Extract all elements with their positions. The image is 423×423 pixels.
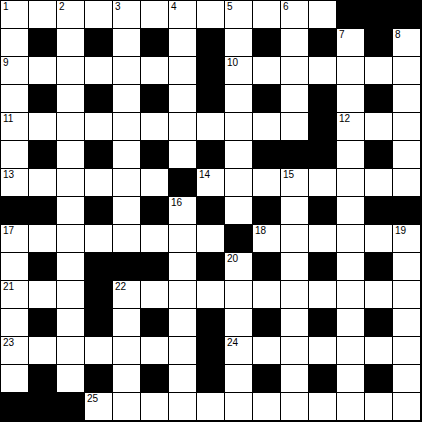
blocked-cell bbox=[29, 365, 56, 392]
crossword-cell[interactable]: 20 bbox=[225, 253, 252, 280]
blocked-cell bbox=[365, 197, 392, 224]
blocked-cell bbox=[365, 1, 392, 28]
crossword-cell[interactable] bbox=[253, 281, 280, 308]
crossword-cell[interactable] bbox=[169, 309, 196, 336]
crossword-cell[interactable] bbox=[281, 225, 308, 252]
crossword-cell[interactable] bbox=[113, 57, 140, 84]
crossword-cell[interactable] bbox=[85, 57, 112, 84]
crossword-cell[interactable]: 25 bbox=[85, 393, 112, 420]
crossword-cell[interactable] bbox=[85, 225, 112, 252]
crossword-cell[interactable] bbox=[393, 337, 420, 364]
blocked-cell bbox=[1, 197, 28, 224]
clue-number: 13 bbox=[3, 169, 14, 181]
crossword-cell[interactable] bbox=[225, 169, 252, 196]
blocked-cell bbox=[393, 1, 420, 28]
blocked-cell bbox=[365, 365, 392, 392]
clue-number: 18 bbox=[255, 225, 266, 237]
crossword-cell[interactable] bbox=[365, 57, 392, 84]
crossword-board: 1234567891011121314151617181920212223242… bbox=[0, 0, 422, 422]
blocked-cell bbox=[1, 393, 28, 420]
crossword-cell[interactable] bbox=[1, 365, 28, 392]
blocked-cell bbox=[85, 141, 112, 168]
crossword-cell[interactable] bbox=[225, 309, 252, 336]
crossword-cell[interactable]: 1 bbox=[1, 1, 28, 28]
crossword-cell[interactable] bbox=[253, 337, 280, 364]
crossword-cell[interactable] bbox=[337, 281, 364, 308]
crossword-cell[interactable]: 10 bbox=[225, 57, 252, 84]
crossword-cell[interactable] bbox=[365, 337, 392, 364]
crossword-cell[interactable] bbox=[281, 337, 308, 364]
crossword-cell[interactable]: 4 bbox=[169, 1, 196, 28]
crossword-cell[interactable] bbox=[57, 337, 84, 364]
blocked-cell bbox=[141, 141, 168, 168]
crossword-cell[interactable]: 14 bbox=[197, 169, 224, 196]
crossword-cell[interactable] bbox=[57, 197, 84, 224]
blocked-cell bbox=[253, 197, 280, 224]
crossword-cell[interactable] bbox=[337, 225, 364, 252]
crossword-cell[interactable] bbox=[365, 281, 392, 308]
blocked-cell bbox=[85, 281, 112, 308]
blocked-cell bbox=[253, 141, 280, 168]
crossword-cell[interactable] bbox=[29, 281, 56, 308]
blocked-cell bbox=[85, 197, 112, 224]
crossword-cell[interactable] bbox=[57, 169, 84, 196]
crossword-cell[interactable] bbox=[365, 169, 392, 196]
crossword-cell[interactable] bbox=[57, 225, 84, 252]
crossword-cell[interactable] bbox=[253, 57, 280, 84]
blocked-cell bbox=[141, 197, 168, 224]
blocked-cell bbox=[113, 253, 140, 280]
crossword-cell[interactable] bbox=[57, 85, 84, 112]
crossword-cell[interactable] bbox=[57, 113, 84, 140]
blocked-cell bbox=[85, 365, 112, 392]
crossword-cell[interactable] bbox=[29, 337, 56, 364]
crossword-cell[interactable] bbox=[281, 57, 308, 84]
crossword-cell[interactable] bbox=[169, 337, 196, 364]
crossword-cell[interactable]: 13 bbox=[1, 169, 28, 196]
blocked-cell bbox=[29, 141, 56, 168]
crossword-cell[interactable] bbox=[337, 141, 364, 168]
blocked-cell bbox=[197, 29, 224, 56]
blocked-cell bbox=[253, 85, 280, 112]
crossword-cell[interactable] bbox=[393, 141, 420, 168]
crossword-cell[interactable] bbox=[309, 57, 336, 84]
blocked-cell bbox=[253, 253, 280, 280]
crossword-cell[interactable] bbox=[253, 169, 280, 196]
blocked-cell bbox=[365, 253, 392, 280]
crossword-cell[interactable]: 21 bbox=[1, 281, 28, 308]
blocked-cell bbox=[253, 29, 280, 56]
clue-number: 7 bbox=[339, 29, 345, 41]
crossword-cell[interactable] bbox=[169, 253, 196, 280]
crossword-cell[interactable] bbox=[113, 85, 140, 112]
blocked-cell bbox=[365, 141, 392, 168]
blocked-cell bbox=[253, 309, 280, 336]
crossword-cell[interactable] bbox=[393, 169, 420, 196]
crossword-cell[interactable] bbox=[253, 113, 280, 140]
crossword-cell[interactable] bbox=[337, 253, 364, 280]
crossword-cell[interactable] bbox=[253, 1, 280, 28]
blocked-cell bbox=[309, 253, 336, 280]
clue-number: 6 bbox=[283, 1, 289, 13]
clue-number: 11 bbox=[3, 113, 13, 125]
crossword-cell[interactable]: 5 bbox=[225, 1, 252, 28]
clue-number: 4 bbox=[171, 1, 177, 13]
crossword-cell[interactable] bbox=[337, 393, 364, 420]
blocked-cell bbox=[29, 393, 56, 420]
crossword-cell[interactable] bbox=[393, 253, 420, 280]
crossword-cell[interactable] bbox=[393, 57, 420, 84]
crossword-cell[interactable] bbox=[141, 225, 168, 252]
blocked-cell bbox=[29, 85, 56, 112]
crossword-cell[interactable]: 3 bbox=[113, 1, 140, 28]
crossword-cell[interactable] bbox=[337, 197, 364, 224]
clue-number: 25 bbox=[87, 393, 98, 405]
blocked-cell bbox=[197, 253, 224, 280]
clue-number: 19 bbox=[395, 225, 406, 237]
crossword-cell[interactable] bbox=[113, 365, 140, 392]
crossword-cell[interactable] bbox=[169, 393, 196, 420]
crossword-cell[interactable] bbox=[113, 29, 140, 56]
crossword-cell[interactable]: 24 bbox=[225, 337, 252, 364]
crossword-cell[interactable] bbox=[281, 365, 308, 392]
blocked-cell bbox=[197, 365, 224, 392]
blocked-cell bbox=[29, 253, 56, 280]
clue-number: 8 bbox=[395, 29, 401, 41]
crossword-cell[interactable] bbox=[281, 29, 308, 56]
blocked-cell bbox=[197, 85, 224, 112]
clue-number: 5 bbox=[227, 1, 233, 13]
clue-number: 24 bbox=[227, 337, 238, 349]
clue-number: 10 bbox=[227, 57, 238, 69]
crossword-cell[interactable] bbox=[141, 393, 168, 420]
crossword-cell[interactable] bbox=[57, 57, 84, 84]
clue-number: 1 bbox=[3, 1, 9, 13]
crossword-cell[interactable] bbox=[57, 365, 84, 392]
blocked-cell bbox=[309, 365, 336, 392]
clue-number: 17 bbox=[3, 225, 14, 237]
blocked-cell bbox=[141, 253, 168, 280]
crossword-cell[interactable] bbox=[281, 281, 308, 308]
crossword-cell[interactable] bbox=[225, 85, 252, 112]
crossword-cell[interactable] bbox=[1, 141, 28, 168]
clue-number: 3 bbox=[115, 1, 121, 13]
crossword-cell[interactable] bbox=[29, 57, 56, 84]
crossword-cell[interactable] bbox=[309, 169, 336, 196]
blocked-cell bbox=[197, 141, 224, 168]
crossword-cell[interactable] bbox=[365, 113, 392, 140]
crossword-cell[interactable] bbox=[141, 57, 168, 84]
crossword-cell[interactable] bbox=[169, 85, 196, 112]
crossword-cell[interactable] bbox=[57, 29, 84, 56]
crossword-cell[interactable] bbox=[141, 281, 168, 308]
crossword-cell[interactable] bbox=[113, 309, 140, 336]
crossword-cell[interactable] bbox=[85, 337, 112, 364]
crossword-cell[interactable] bbox=[309, 393, 336, 420]
crossword-cell[interactable]: 17 bbox=[1, 225, 28, 252]
clue-number: 22 bbox=[115, 281, 126, 293]
crossword-cell[interactable]: 15 bbox=[281, 169, 308, 196]
blocked-cell bbox=[29, 29, 56, 56]
crossword-cell[interactable] bbox=[337, 85, 364, 112]
crossword-cell[interactable] bbox=[169, 113, 196, 140]
clue-number: 16 bbox=[171, 197, 182, 209]
crossword-cell[interactable] bbox=[225, 29, 252, 56]
crossword-cell[interactable] bbox=[1, 309, 28, 336]
crossword-cell[interactable] bbox=[337, 337, 364, 364]
crossword-cell[interactable]: 7 bbox=[337, 29, 364, 56]
blocked-cell bbox=[141, 309, 168, 336]
blocked-cell bbox=[309, 309, 336, 336]
blocked-cell bbox=[225, 225, 252, 252]
crossword-cell[interactable] bbox=[169, 29, 196, 56]
blocked-cell bbox=[197, 57, 224, 84]
crossword-cell[interactable] bbox=[225, 281, 252, 308]
clue-number: 20 bbox=[227, 253, 238, 265]
crossword-cell[interactable] bbox=[85, 169, 112, 196]
crossword-cell[interactable]: 12 bbox=[337, 113, 364, 140]
crossword-cell[interactable] bbox=[113, 393, 140, 420]
blocked-cell bbox=[141, 85, 168, 112]
crossword-cell[interactable] bbox=[337, 57, 364, 84]
clue-number: 21 bbox=[3, 281, 14, 293]
crossword-cell[interactable] bbox=[393, 365, 420, 392]
blocked-cell bbox=[253, 365, 280, 392]
crossword-cell[interactable] bbox=[365, 393, 392, 420]
blocked-cell bbox=[309, 29, 336, 56]
blocked-cell bbox=[309, 113, 336, 140]
crossword-cell[interactable] bbox=[169, 57, 196, 84]
clue-number: 9 bbox=[3, 57, 9, 69]
crossword-cell[interactable] bbox=[281, 393, 308, 420]
crossword-cell[interactable]: 19 bbox=[393, 225, 420, 252]
crossword-cell[interactable] bbox=[1, 253, 28, 280]
blocked-cell bbox=[197, 197, 224, 224]
crossword-cell[interactable]: 16 bbox=[169, 197, 196, 224]
crossword-cell[interactable] bbox=[29, 225, 56, 252]
crossword-cell[interactable] bbox=[225, 393, 252, 420]
crossword-cell[interactable]: 2 bbox=[57, 1, 84, 28]
crossword-cell[interactable] bbox=[225, 141, 252, 168]
blocked-cell bbox=[85, 253, 112, 280]
crossword-cell[interactable] bbox=[169, 365, 196, 392]
crossword-cell[interactable] bbox=[141, 113, 168, 140]
blocked-cell bbox=[85, 29, 112, 56]
crossword-cell[interactable] bbox=[113, 225, 140, 252]
crossword-cell[interactable] bbox=[57, 253, 84, 280]
blocked-cell bbox=[365, 29, 392, 56]
crossword-cell[interactable] bbox=[225, 365, 252, 392]
blocked-cell bbox=[29, 309, 56, 336]
blocked-cell bbox=[365, 85, 392, 112]
crossword-cell[interactable] bbox=[337, 169, 364, 196]
crossword-cell[interactable] bbox=[197, 113, 224, 140]
crossword-cell[interactable] bbox=[309, 281, 336, 308]
crossword-cell[interactable]: 11 bbox=[1, 113, 28, 140]
crossword-cell[interactable]: 6 bbox=[281, 1, 308, 28]
crossword-cell[interactable] bbox=[113, 169, 140, 196]
crossword-cell[interactable] bbox=[169, 225, 196, 252]
crossword-cell[interactable] bbox=[29, 1, 56, 28]
blocked-cell bbox=[85, 309, 112, 336]
crossword-cell[interactable] bbox=[337, 365, 364, 392]
crossword-cell[interactable] bbox=[141, 1, 168, 28]
clue-number: 15 bbox=[283, 169, 294, 181]
crossword-cell[interactable] bbox=[337, 309, 364, 336]
blocked-cell bbox=[29, 197, 56, 224]
crossword-cell[interactable] bbox=[169, 141, 196, 168]
crossword-cell[interactable] bbox=[85, 1, 112, 28]
crossword-cell[interactable] bbox=[113, 113, 140, 140]
crossword-cell[interactable] bbox=[281, 197, 308, 224]
blocked-cell bbox=[281, 141, 308, 168]
blocked-cell bbox=[365, 309, 392, 336]
crossword-cell[interactable]: 8 bbox=[393, 29, 420, 56]
crossword-cell[interactable] bbox=[57, 141, 84, 168]
blocked-cell bbox=[169, 169, 196, 196]
crossword-cell[interactable]: 23 bbox=[1, 337, 28, 364]
blocked-cell bbox=[141, 29, 168, 56]
crossword-cell[interactable] bbox=[393, 85, 420, 112]
crossword-cell[interactable] bbox=[393, 113, 420, 140]
blocked-cell bbox=[141, 365, 168, 392]
crossword-cell[interactable] bbox=[365, 225, 392, 252]
crossword-cell[interactable] bbox=[309, 337, 336, 364]
crossword-cell[interactable] bbox=[141, 337, 168, 364]
crossword-cell[interactable] bbox=[169, 281, 196, 308]
crossword-cell[interactable] bbox=[197, 281, 224, 308]
blocked-cell bbox=[393, 197, 420, 224]
crossword-cell[interactable] bbox=[253, 393, 280, 420]
blocked-cell bbox=[309, 197, 336, 224]
clue-number: 23 bbox=[3, 337, 14, 349]
blocked-cell bbox=[309, 141, 336, 168]
crossword-cell[interactable]: 9 bbox=[1, 57, 28, 84]
crossword-cell[interactable] bbox=[57, 281, 84, 308]
crossword-cell[interactable] bbox=[57, 309, 84, 336]
clue-number: 14 bbox=[199, 169, 210, 181]
crossword-cell[interactable] bbox=[197, 393, 224, 420]
crossword-cell[interactable] bbox=[29, 169, 56, 196]
blocked-cell bbox=[197, 309, 224, 336]
blocked-cell bbox=[85, 85, 112, 112]
crossword-cell[interactable] bbox=[1, 85, 28, 112]
crossword-cell[interactable] bbox=[393, 281, 420, 308]
crossword-cell[interactable] bbox=[197, 225, 224, 252]
crossword-cell[interactable] bbox=[393, 309, 420, 336]
crossword-cell[interactable] bbox=[113, 197, 140, 224]
blocked-cell bbox=[197, 337, 224, 364]
crossword-cell[interactable] bbox=[141, 169, 168, 196]
crossword-cell[interactable] bbox=[85, 113, 112, 140]
clue-number: 2 bbox=[59, 1, 65, 13]
crossword-cell[interactable]: 22 bbox=[113, 281, 140, 308]
crossword-cell[interactable] bbox=[281, 253, 308, 280]
crossword-cell[interactable] bbox=[393, 393, 420, 420]
crossword-cell[interactable]: 18 bbox=[253, 225, 280, 252]
crossword-cell[interactable] bbox=[281, 309, 308, 336]
blocked-cell bbox=[337, 1, 364, 28]
crossword-cell[interactable] bbox=[29, 113, 56, 140]
blocked-cell bbox=[309, 85, 336, 112]
crossword-cell[interactable] bbox=[197, 1, 224, 28]
crossword-cell[interactable] bbox=[113, 141, 140, 168]
crossword-cell[interactable] bbox=[1, 29, 28, 56]
crossword-cell[interactable] bbox=[225, 197, 252, 224]
crossword-cell[interactable] bbox=[309, 225, 336, 252]
blocked-cell bbox=[57, 393, 84, 420]
crossword-cell[interactable] bbox=[225, 113, 252, 140]
crossword-cell[interactable] bbox=[113, 337, 140, 364]
crossword-cell[interactable] bbox=[281, 113, 308, 140]
crossword-cell[interactable] bbox=[281, 85, 308, 112]
clue-number: 12 bbox=[339, 113, 350, 125]
crossword-cell[interactable] bbox=[309, 1, 336, 28]
